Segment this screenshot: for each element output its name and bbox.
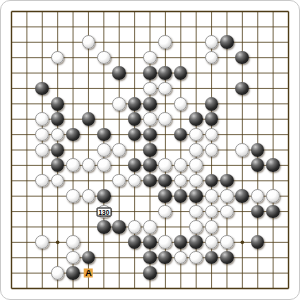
white-stone (158, 112, 172, 126)
white-stone (205, 128, 219, 142)
black-stone (158, 189, 172, 203)
black-stone (51, 112, 65, 126)
white-stone (220, 235, 234, 249)
white-stone (51, 174, 65, 188)
black-stone (128, 128, 142, 142)
black-stone (51, 143, 65, 157)
black-stone (143, 235, 157, 249)
white-stone (220, 205, 234, 219)
white-stone (205, 189, 219, 203)
white-stone (158, 82, 172, 96)
black-stone (66, 128, 80, 142)
black-stone (158, 251, 172, 265)
black-stone (143, 97, 157, 111)
white-stone (97, 143, 111, 157)
white-stone (235, 143, 249, 157)
black-stone (266, 158, 280, 172)
white-stone (189, 128, 203, 142)
black-stone (205, 112, 219, 126)
black-stone (205, 97, 219, 111)
black-stone (97, 220, 111, 234)
white-stone (97, 51, 111, 65)
go-board[interactable] (4, 4, 296, 296)
white-stone (35, 143, 49, 157)
black-stone (128, 158, 142, 172)
white-stone (158, 35, 172, 49)
white-stone (143, 220, 157, 234)
white-stone (82, 35, 96, 49)
black-stone (251, 158, 265, 172)
white-stone (189, 143, 203, 157)
black-stone (128, 112, 142, 126)
white-stone (66, 189, 80, 203)
white-stone (174, 251, 188, 265)
black-stone (189, 235, 203, 249)
white-stone (174, 158, 188, 172)
white-stone (97, 158, 111, 172)
white-stone (143, 51, 157, 65)
black-stone (174, 235, 188, 249)
white-stone (82, 189, 96, 203)
black-stone (220, 251, 234, 265)
white-stone (205, 235, 219, 249)
white-stone (174, 174, 188, 188)
white-stone (51, 128, 65, 142)
black-stone (143, 158, 157, 172)
white-stone (128, 174, 142, 188)
white-stone (66, 158, 80, 172)
black-stone (251, 143, 265, 157)
white-stone (35, 235, 49, 249)
white-stone (51, 266, 65, 280)
white-stone (205, 205, 219, 219)
black-stone (97, 189, 111, 203)
black-stone (143, 174, 157, 188)
white-stone (189, 220, 203, 234)
black-stone (174, 66, 188, 80)
white-stone (189, 251, 203, 265)
white-stone (158, 235, 172, 249)
white-stone (51, 51, 65, 65)
white-stone (220, 189, 234, 203)
white-stone (143, 82, 157, 96)
white-stone (174, 97, 188, 111)
black-stone (51, 97, 65, 111)
black-stone (143, 266, 157, 280)
black-stone (158, 174, 172, 188)
black-stone (220, 35, 234, 49)
go-app-window: 130 A (0, 0, 300, 300)
black-stone (235, 51, 249, 65)
black-stone (128, 235, 142, 249)
white-stone (205, 51, 219, 65)
white-stone (205, 143, 219, 157)
black-stone (158, 66, 172, 80)
move-number-label: 130 (96, 207, 111, 216)
white-stone (189, 158, 203, 172)
white-stone (189, 205, 203, 219)
white-stone (66, 235, 80, 249)
white-stone (143, 112, 157, 126)
white-stone (205, 220, 219, 234)
black-stone (35, 82, 49, 96)
white-stone (189, 174, 203, 188)
white-stone (35, 128, 49, 142)
white-stone (35, 174, 49, 188)
white-stone (205, 35, 219, 49)
black-stone (51, 158, 65, 172)
black-stone (112, 220, 126, 234)
black-stone (266, 205, 280, 219)
black-stone (251, 235, 265, 249)
black-stone (82, 251, 96, 265)
black-stone (235, 82, 249, 96)
black-stone (66, 266, 80, 280)
white-stone (66, 251, 80, 265)
white-stone (251, 189, 265, 203)
black-stone (189, 112, 203, 126)
white-stone (112, 97, 126, 111)
black-stone (128, 97, 142, 111)
black-stone (220, 174, 234, 188)
black-stone (143, 128, 157, 142)
black-stone (174, 128, 188, 142)
white-stone (128, 220, 142, 234)
black-stone (189, 189, 203, 203)
black-stone (82, 112, 96, 126)
black-stone (205, 251, 219, 265)
white-stone (158, 205, 172, 219)
white-stone (112, 143, 126, 157)
white-stone (266, 189, 280, 203)
white-stone (112, 174, 126, 188)
point-label-a: A (84, 269, 93, 278)
black-stone (251, 205, 265, 219)
black-stone (143, 66, 157, 80)
white-stone (82, 158, 96, 172)
black-stone (112, 66, 126, 80)
black-stone (143, 251, 157, 265)
black-stone (205, 174, 219, 188)
black-stone (235, 189, 249, 203)
white-stone (158, 158, 172, 172)
black-stone (143, 143, 157, 157)
black-stone (174, 189, 188, 203)
black-stone (97, 128, 111, 142)
white-stone (35, 112, 49, 126)
